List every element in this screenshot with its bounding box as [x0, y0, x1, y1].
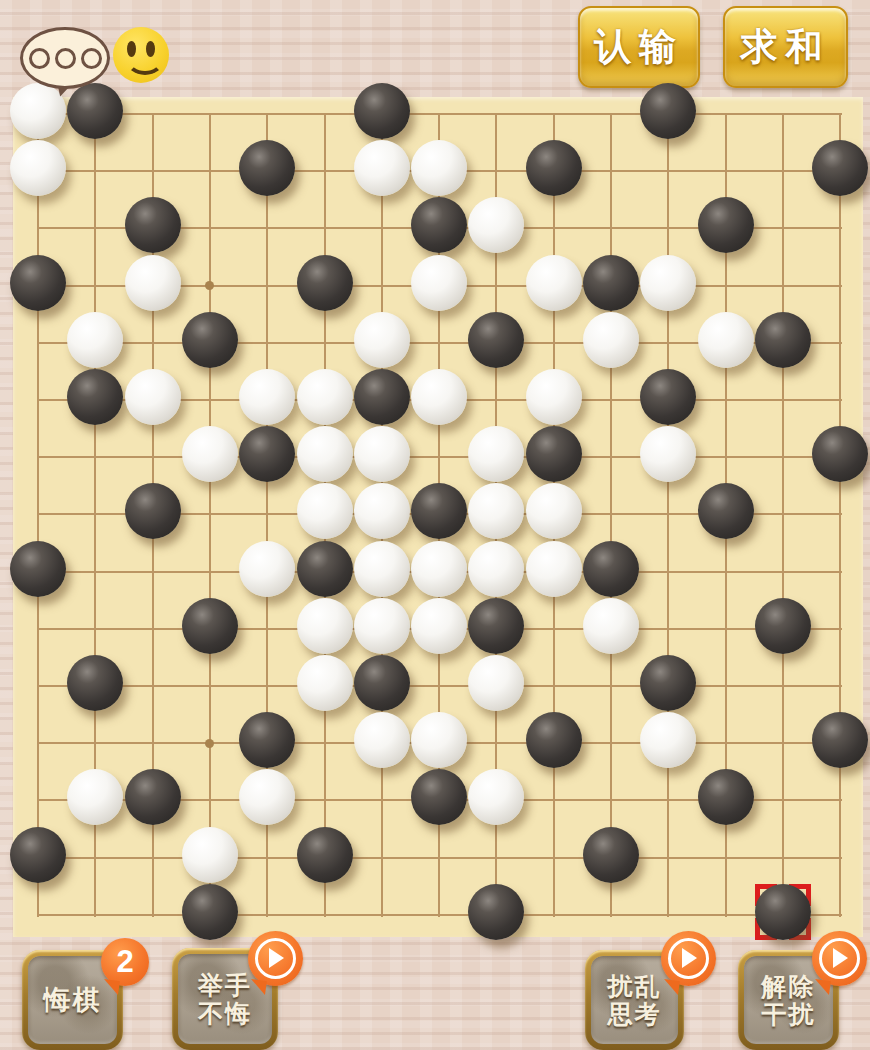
stone-black — [10, 827, 66, 883]
badge-tail — [102, 979, 120, 995]
stone-white — [354, 312, 410, 368]
stone-black — [755, 884, 811, 940]
stone-black — [354, 83, 410, 139]
stone-black — [583, 541, 639, 597]
play-triangle-icon — [682, 948, 697, 968]
stone-white — [297, 598, 353, 654]
grid-line — [209, 114, 211, 917]
undisturb-label-line1: 解除 — [762, 972, 816, 1000]
stone-black — [468, 598, 524, 654]
stone-white — [239, 369, 295, 425]
stone-white — [354, 426, 410, 482]
stone-black — [698, 769, 754, 825]
stone-black — [239, 712, 295, 768]
stone-black — [640, 369, 696, 425]
stone-black — [10, 255, 66, 311]
grid-line — [37, 114, 39, 917]
stone-white — [67, 312, 123, 368]
stone-black — [182, 598, 238, 654]
stone-white — [526, 483, 582, 539]
no-regret-label-line1: 举手 — [198, 971, 252, 999]
grid-line — [667, 114, 669, 917]
stone-black — [297, 255, 353, 311]
stone-black — [10, 541, 66, 597]
stone-black — [297, 827, 353, 883]
undo-count-badge: 2 — [101, 938, 149, 986]
stone-white — [411, 369, 467, 425]
stone-white — [67, 769, 123, 825]
grid-line — [839, 114, 841, 917]
stone-white — [297, 426, 353, 482]
stone-white — [468, 483, 524, 539]
disturb-label-line2: 思考 — [608, 1000, 662, 1028]
stone-black — [182, 884, 238, 940]
badge-tail — [813, 979, 831, 995]
badge-tail — [249, 979, 267, 995]
gomoku-board[interactable] — [13, 97, 863, 937]
stone-white — [526, 255, 582, 311]
stone-white — [468, 426, 524, 482]
chat-dot-icon — [81, 48, 102, 69]
stone-black — [411, 483, 467, 539]
undo-button-label: 悔棋 — [44, 985, 102, 1015]
stone-white — [698, 312, 754, 368]
stone-white — [640, 712, 696, 768]
stone-black — [239, 140, 295, 196]
stone-black — [468, 312, 524, 368]
stone-black — [526, 712, 582, 768]
stone-white — [10, 83, 66, 139]
stone-black — [698, 197, 754, 253]
stone-white — [411, 598, 467, 654]
play-triangle-icon — [269, 948, 284, 968]
stone-black — [812, 712, 868, 768]
stone-black — [125, 769, 181, 825]
stone-white — [10, 140, 66, 196]
disturb-play-badge[interactable] — [661, 931, 716, 986]
grid-line — [610, 114, 612, 917]
stone-black — [125, 483, 181, 539]
stone-black — [239, 426, 295, 482]
draw-button[interactable]: 求和 — [723, 6, 848, 88]
stone-white — [411, 541, 467, 597]
resign-button[interactable]: 认输 — [578, 6, 700, 88]
stone-black — [67, 369, 123, 425]
stone-white — [411, 712, 467, 768]
chat-button[interactable] — [20, 27, 110, 89]
stone-black — [297, 541, 353, 597]
stone-white — [583, 598, 639, 654]
grid-line — [782, 114, 784, 917]
star-point — [205, 281, 214, 290]
stone-black — [354, 655, 410, 711]
stone-black — [583, 255, 639, 311]
stone-black — [640, 83, 696, 139]
stone-white — [354, 483, 410, 539]
stone-white — [583, 312, 639, 368]
stone-black — [67, 655, 123, 711]
stone-white — [468, 655, 524, 711]
stone-white — [297, 483, 353, 539]
grid-line — [38, 456, 842, 458]
stone-black — [354, 369, 410, 425]
grid-line — [38, 914, 842, 916]
play-triangle-icon — [833, 948, 848, 968]
undisturb-play-badge[interactable] — [812, 931, 867, 986]
chat-dot-icon — [55, 48, 76, 69]
stone-black — [526, 140, 582, 196]
stone-white — [640, 426, 696, 482]
stone-black — [755, 312, 811, 368]
stone-black — [812, 140, 868, 196]
stone-white — [411, 140, 467, 196]
stone-black — [125, 197, 181, 253]
stone-black — [182, 312, 238, 368]
stone-white — [468, 769, 524, 825]
disturb-label-line1: 扰乱 — [608, 972, 662, 1000]
stone-black — [526, 426, 582, 482]
stone-white — [297, 369, 353, 425]
stone-white — [354, 140, 410, 196]
stone-white — [297, 655, 353, 711]
stone-white — [468, 197, 524, 253]
smiley-mouth-icon — [126, 45, 164, 75]
stone-white — [468, 541, 524, 597]
grid-line — [38, 113, 842, 115]
stone-white — [640, 255, 696, 311]
grid-line — [38, 685, 842, 687]
no-regret-label-line2: 不悔 — [198, 999, 252, 1027]
stone-white — [239, 769, 295, 825]
stone-black — [640, 655, 696, 711]
stone-black — [583, 827, 639, 883]
stone-white — [354, 541, 410, 597]
stone-white — [354, 598, 410, 654]
stone-black — [812, 426, 868, 482]
game-screen: 认输 求和 悔棋 2 举手 不悔 扰乱 思考 — [0, 0, 870, 1050]
undisturb-label-line2: 干扰 — [762, 1000, 816, 1028]
stone-white — [125, 369, 181, 425]
stone-black — [411, 197, 467, 253]
stone-white — [182, 426, 238, 482]
stone-white — [411, 255, 467, 311]
stone-black — [698, 483, 754, 539]
stone-black — [468, 884, 524, 940]
stone-black — [755, 598, 811, 654]
grid-line — [38, 857, 842, 859]
no-regret-play-badge[interactable] — [248, 931, 303, 986]
undo-count-value: 2 — [116, 944, 133, 979]
chat-dot-icon — [29, 48, 50, 69]
emoji-button[interactable] — [113, 27, 169, 83]
stone-white — [526, 541, 582, 597]
stone-white — [125, 255, 181, 311]
star-point — [205, 739, 214, 748]
stone-white — [182, 827, 238, 883]
stone-black — [411, 769, 467, 825]
stone-white — [354, 712, 410, 768]
badge-tail — [662, 979, 680, 995]
stone-white — [239, 541, 295, 597]
stone-white — [526, 369, 582, 425]
